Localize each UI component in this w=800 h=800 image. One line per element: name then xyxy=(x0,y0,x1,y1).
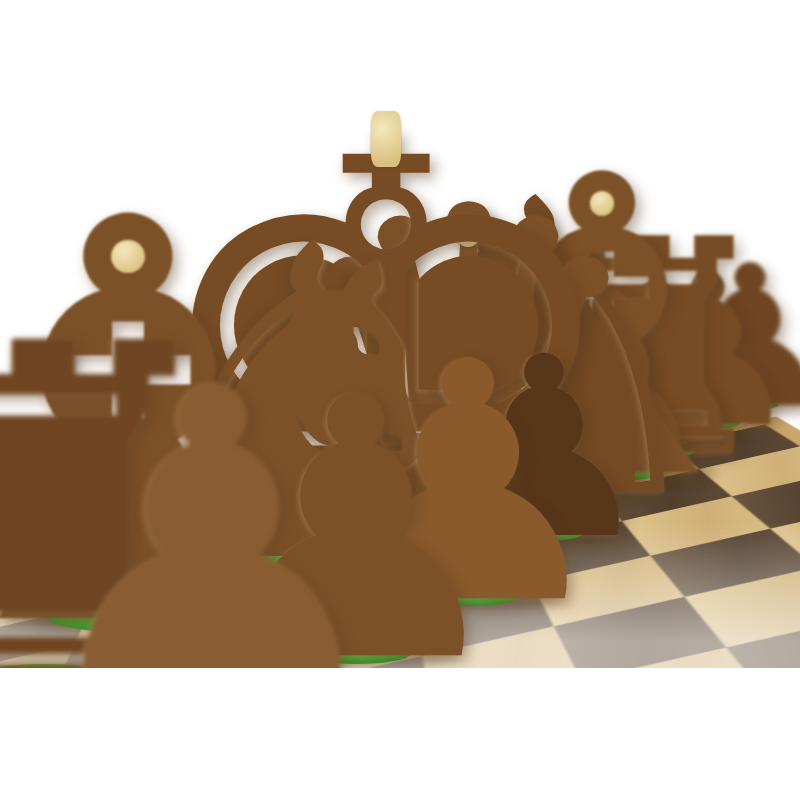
pieces-layer: ♟♟♟♜♟♝♞♛♚♟♞♟♝♟♜♟ xyxy=(0,0,800,668)
bottom-white-margin xyxy=(0,668,800,800)
dark-pawn: ♟ xyxy=(19,333,405,668)
chess-set-product-photo: ♟♟♟♜♟♝♞♛♚♟♞♟♝♟♜♟ xyxy=(0,0,800,668)
